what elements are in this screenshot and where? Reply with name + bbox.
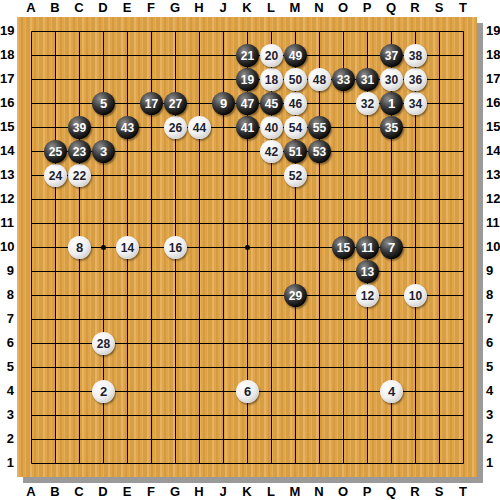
coordinate-label-column: Q (379, 484, 403, 500)
stone-M17[interactable]: 50 (284, 68, 307, 91)
coordinate-label-column: C (67, 0, 91, 16)
stone-E10[interactable]: 14 (116, 236, 139, 259)
coordinate-label-row: 4 (0, 383, 14, 399)
coordinate-label-row: 2 (486, 431, 500, 447)
coordinate-label-column: S (427, 484, 451, 500)
coordinate-label-row: 14 (0, 143, 14, 159)
coordinate-label-row: 17 (486, 71, 500, 87)
coordinate-label-column: R (403, 484, 427, 500)
coordinate-label-column: D (91, 0, 115, 16)
star-point (101, 245, 106, 250)
stone-R8[interactable]: 10 (404, 284, 427, 307)
coordinate-label-column: E (115, 0, 139, 16)
coordinate-label-column: H (187, 484, 211, 500)
stone-Q16[interactable]: 1 (380, 92, 403, 115)
coordinate-label-row: 19 (486, 23, 500, 39)
coordinate-label-row: 9 (0, 263, 14, 279)
stone-G10[interactable]: 16 (164, 236, 187, 259)
stone-K16[interactable]: 47 (236, 92, 259, 115)
coordinate-label-column: P (355, 0, 379, 16)
coordinate-label-column: D (91, 484, 115, 500)
stone-Q17[interactable]: 30 (380, 68, 403, 91)
stone-R17[interactable]: 36 (404, 68, 427, 91)
stone-R18[interactable]: 38 (404, 44, 427, 67)
stone-P16[interactable]: 32 (356, 92, 379, 115)
stone-M8[interactable]: 29 (284, 284, 307, 307)
coordinate-label-column: F (139, 0, 163, 16)
stone-Q18[interactable]: 37 (380, 44, 403, 67)
coordinate-label-column: Q (379, 0, 403, 16)
coordinate-label-column: A (19, 484, 43, 500)
coordinate-label-column: B (43, 484, 67, 500)
coordinate-label-column: N (307, 484, 331, 500)
coordinate-label-row: 8 (0, 287, 14, 303)
stone-C15[interactable]: 39 (68, 116, 91, 139)
coordinate-label-row: 4 (486, 383, 500, 399)
coordinate-label-row: 7 (486, 311, 500, 327)
coordinate-label-column: M (283, 484, 307, 500)
stone-M18[interactable]: 49 (284, 44, 307, 67)
stone-R16[interactable]: 34 (404, 92, 427, 115)
stone-L18[interactable]: 20 (260, 44, 283, 67)
stone-M16[interactable]: 46 (284, 92, 307, 115)
coordinate-label-column: G (163, 484, 187, 500)
coordinate-label-column: K (235, 0, 259, 16)
coordinate-label-row: 14 (486, 143, 500, 159)
stone-N17[interactable]: 48 (308, 68, 331, 91)
stone-G16[interactable]: 27 (164, 92, 187, 115)
coordinate-label-row: 3 (0, 407, 14, 423)
coordinate-label-column: E (115, 484, 139, 500)
stone-O10[interactable]: 15 (332, 236, 355, 259)
coordinate-label-row: 8 (486, 287, 500, 303)
coordinate-label-row: 18 (486, 47, 500, 63)
stone-E15[interactable]: 43 (116, 116, 139, 139)
coordinate-label-column: G (163, 0, 187, 16)
coordinate-label-column: M (283, 0, 307, 16)
coordinate-label-column: C (67, 484, 91, 500)
coordinate-label-column: K (235, 484, 259, 500)
stone-D6[interactable]: 28 (92, 332, 115, 355)
coordinate-label-row: 15 (486, 119, 500, 135)
coordinate-label-row: 6 (0, 335, 14, 351)
stone-C14[interactable]: 23 (68, 140, 91, 163)
stone-Q4[interactable]: 4 (380, 380, 403, 403)
stone-Q15[interactable]: 35 (380, 116, 403, 139)
coordinate-label-row: 6 (486, 335, 500, 351)
stone-Q10[interactable]: 7 (380, 236, 403, 259)
stone-L17[interactable]: 18 (260, 68, 283, 91)
coordinate-label-row: 3 (486, 407, 500, 423)
stone-L15[interactable]: 40 (260, 116, 283, 139)
stone-J16[interactable]: 9 (212, 92, 235, 115)
coordinate-label-row: 15 (0, 119, 14, 135)
coordinate-label-row: 7 (0, 311, 14, 327)
stone-P9[interactable]: 13 (356, 260, 379, 283)
coordinate-label-row: 12 (0, 191, 14, 207)
stone-F16[interactable]: 17 (140, 92, 163, 115)
coordinate-label-column: L (259, 0, 283, 16)
coordinate-label-column: O (331, 0, 355, 16)
stone-K15[interactable]: 41 (236, 116, 259, 139)
stone-D4[interactable]: 2 (92, 380, 115, 403)
stone-P10[interactable]: 11 (356, 236, 379, 259)
stone-L14[interactable]: 42 (260, 140, 283, 163)
coordinate-label-row: 11 (0, 215, 14, 231)
stone-K17[interactable]: 19 (236, 68, 259, 91)
stone-D16[interactable]: 5 (92, 92, 115, 115)
coordinate-label-column: A (19, 0, 43, 16)
stone-H15[interactable]: 44 (188, 116, 211, 139)
stone-P8[interactable]: 12 (356, 284, 379, 307)
stone-M15[interactable]: 54 (284, 116, 307, 139)
coordinate-label-row: 9 (486, 263, 500, 279)
coordinate-label-column: J (211, 0, 235, 16)
coordinate-label-row: 5 (0, 359, 14, 375)
coordinate-label-row: 5 (486, 359, 500, 375)
stone-N15[interactable]: 55 (308, 116, 331, 139)
coordinate-label-column: F (139, 484, 163, 500)
coordinate-label-column: S (427, 0, 451, 16)
stone-C10[interactable]: 8 (68, 236, 91, 259)
coordinate-label-row: 18 (0, 47, 14, 63)
coordinate-label-column: N (307, 0, 331, 16)
coordinate-label-column: J (211, 484, 235, 500)
star-point (245, 245, 250, 250)
stone-N14[interactable]: 53 (308, 140, 331, 163)
coordinate-label-column: L (259, 484, 283, 500)
stone-B13[interactable]: 24 (44, 164, 67, 187)
coordinate-label-row: 19 (0, 23, 14, 39)
coordinate-label-column: T (451, 484, 475, 500)
stone-K4[interactable]: 6 (236, 380, 259, 403)
coordinate-label-row: 2 (0, 431, 14, 447)
coordinate-label-row: 16 (0, 95, 14, 111)
coordinate-label-row: 17 (0, 71, 14, 87)
stone-M14[interactable]: 51 (284, 140, 307, 163)
go-board[interactable]: 1234567891011121314151617181920212223242… (17, 17, 477, 477)
stone-D14[interactable]: 3 (92, 140, 115, 163)
coordinate-label-row: 13 (486, 167, 500, 183)
coordinate-label-row: 1 (486, 455, 500, 471)
coordinate-label-row: 16 (486, 95, 500, 111)
stone-K18[interactable]: 21 (236, 44, 259, 67)
stone-P17[interactable]: 31 (356, 68, 379, 91)
coordinate-label-column: T (451, 0, 475, 16)
stone-O17[interactable]: 33 (332, 68, 355, 91)
coordinate-label-row: 1 (0, 455, 14, 471)
coordinate-label-column: O (331, 484, 355, 500)
coordinate-label-column: R (403, 0, 427, 16)
stone-G15[interactable]: 26 (164, 116, 187, 139)
stone-M13[interactable]: 52 (284, 164, 307, 187)
coordinate-label-column: B (43, 0, 67, 16)
stone-C13[interactable]: 22 (68, 164, 91, 187)
stone-B14[interactable]: 25 (44, 140, 67, 163)
stone-L16[interactable]: 45 (260, 92, 283, 115)
coordinate-label-row: 13 (0, 167, 14, 183)
coordinate-label-row: 11 (486, 215, 500, 231)
coordinate-label-row: 10 (0, 239, 14, 255)
coordinate-label-row: 12 (486, 191, 500, 207)
coordinate-label-column: H (187, 0, 211, 16)
coordinate-label-row: 10 (486, 239, 500, 255)
coordinate-label-column: P (355, 484, 379, 500)
go-kifu-diagram: ABCDEFGHJKLMNOPQRST ABCDEFGHJKLMNOPQRST … (0, 0, 500, 500)
